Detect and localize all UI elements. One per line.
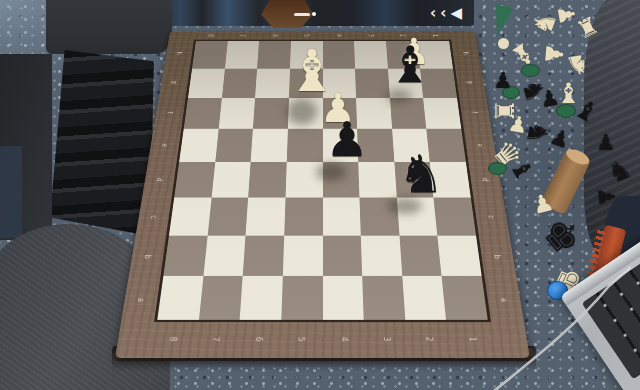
scattered-white-piece: ♟ (541, 42, 567, 66)
board-side-edge (116, 348, 532, 361)
black-pawn-e4: ♟ (325, 115, 368, 163)
scattered-black-piece: ♟ (493, 70, 513, 92)
white-bishop-g5: ♝ (286, 42, 338, 100)
scattered-black-piece: ♟ (596, 132, 616, 154)
green-felt-base (521, 64, 540, 77)
scattered-black-piece: ♟ (594, 186, 618, 208)
piece-tray (50, 50, 154, 236)
band-logo-dot (312, 12, 316, 16)
dark-fabric (46, 0, 172, 54)
board-sticker (443, 350, 463, 359)
black-bishop-g2: ♝ (388, 40, 433, 90)
black-knight-d2: ♞ (398, 148, 445, 200)
scattered-white-piece: ♞ (564, 50, 591, 80)
white-arrows-icon: ‹‹◀ (380, 2, 466, 24)
photo-scene: ‹‹◀ 87654321 87654321 hgfedcba hgfedcba … (0, 0, 640, 390)
carpet-sliver (0, 146, 22, 238)
band-logo-dash (294, 13, 310, 16)
